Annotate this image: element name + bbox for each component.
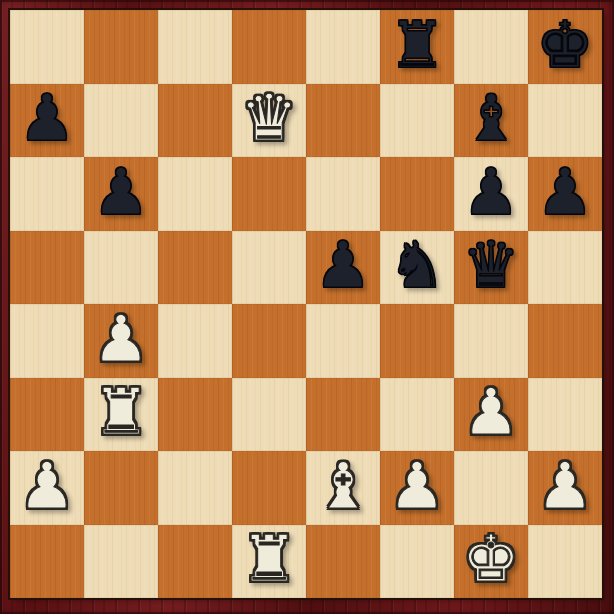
piece-white-rook-d1[interactable]: ♜	[240, 527, 297, 591]
square-a7[interactable]: ♟	[10, 84, 84, 158]
piece-black-pawn-h6[interactable]: ♟	[536, 160, 593, 224]
square-h2[interactable]: ♟	[528, 451, 602, 525]
square-f6[interactable]	[380, 157, 454, 231]
square-d4[interactable]	[232, 304, 306, 378]
piece-white-pawn-h2[interactable]: ♟	[536, 454, 593, 518]
piece-black-pawn-a7[interactable]: ♟	[18, 86, 75, 150]
square-e1[interactable]	[306, 525, 380, 599]
square-a2[interactable]: ♟	[10, 451, 84, 525]
square-e4[interactable]	[306, 304, 380, 378]
square-g5[interactable]: ♛	[454, 231, 528, 305]
square-d5[interactable]	[232, 231, 306, 305]
square-h4[interactable]	[528, 304, 602, 378]
square-h8[interactable]: ♚	[528, 10, 602, 84]
square-b6[interactable]: ♟	[84, 157, 158, 231]
square-g6[interactable]: ♟	[454, 157, 528, 231]
square-d1[interactable]: ♜	[232, 525, 306, 599]
square-b4[interactable]: ♟	[84, 304, 158, 378]
square-c5[interactable]	[158, 231, 232, 305]
square-e7[interactable]	[306, 84, 380, 158]
piece-white-pawn-a2[interactable]: ♟	[18, 454, 75, 518]
square-f3[interactable]	[380, 378, 454, 452]
square-c2[interactable]	[158, 451, 232, 525]
square-d7[interactable]: ♛	[232, 84, 306, 158]
piece-black-pawn-b6[interactable]: ♟	[92, 160, 149, 224]
piece-black-king-h8[interactable]: ♚	[536, 13, 593, 77]
square-d6[interactable]	[232, 157, 306, 231]
square-c8[interactable]	[158, 10, 232, 84]
square-h6[interactable]: ♟	[528, 157, 602, 231]
piece-white-pawn-f2[interactable]: ♟	[388, 454, 445, 518]
square-a8[interactable]	[10, 10, 84, 84]
square-b7[interactable]	[84, 84, 158, 158]
square-b8[interactable]	[84, 10, 158, 84]
square-h3[interactable]	[528, 378, 602, 452]
square-a6[interactable]	[10, 157, 84, 231]
piece-white-rook-b3[interactable]: ♜	[92, 380, 149, 444]
square-d2[interactable]	[232, 451, 306, 525]
square-f5[interactable]: ♞	[380, 231, 454, 305]
square-e3[interactable]	[306, 378, 380, 452]
piece-black-bishop-g7[interactable]: ♝	[462, 86, 519, 150]
board-frame: ♜♚♟♛♝♟♟♟♟♞♛♟♜♟♟♝♟♟♜♚	[0, 0, 614, 614]
square-d3[interactable]	[232, 378, 306, 452]
square-g8[interactable]	[454, 10, 528, 84]
piece-white-pawn-b4[interactable]: ♟	[92, 307, 149, 371]
piece-black-pawn-g6[interactable]: ♟	[462, 160, 519, 224]
square-f1[interactable]	[380, 525, 454, 599]
square-e6[interactable]	[306, 157, 380, 231]
square-h7[interactable]	[528, 84, 602, 158]
square-h5[interactable]	[528, 231, 602, 305]
square-f4[interactable]	[380, 304, 454, 378]
square-a4[interactable]	[10, 304, 84, 378]
piece-white-pawn-g3[interactable]: ♟	[462, 380, 519, 444]
square-f2[interactable]: ♟	[380, 451, 454, 525]
square-c3[interactable]	[158, 378, 232, 452]
square-e8[interactable]	[306, 10, 380, 84]
square-a5[interactable]	[10, 231, 84, 305]
square-c7[interactable]	[158, 84, 232, 158]
square-g7[interactable]: ♝	[454, 84, 528, 158]
square-f7[interactable]	[380, 84, 454, 158]
square-c4[interactable]	[158, 304, 232, 378]
square-b1[interactable]	[84, 525, 158, 599]
square-f8[interactable]: ♜	[380, 10, 454, 84]
square-c6[interactable]	[158, 157, 232, 231]
square-e2[interactable]: ♝	[306, 451, 380, 525]
chess-board: ♜♚♟♛♝♟♟♟♟♞♛♟♜♟♟♝♟♟♜♚	[10, 10, 602, 598]
square-g2[interactable]	[454, 451, 528, 525]
square-e5[interactable]: ♟	[306, 231, 380, 305]
square-d8[interactable]	[232, 10, 306, 84]
piece-black-queen-g5[interactable]: ♛	[462, 233, 519, 297]
piece-black-rook-f8[interactable]: ♜	[388, 13, 445, 77]
square-a1[interactable]	[10, 525, 84, 599]
square-b3[interactable]: ♜	[84, 378, 158, 452]
square-h1[interactable]	[528, 525, 602, 599]
square-b2[interactable]	[84, 451, 158, 525]
square-g1[interactable]: ♚	[454, 525, 528, 599]
piece-white-king-g1[interactable]: ♚	[462, 527, 519, 591]
piece-black-knight-f5[interactable]: ♞	[388, 233, 445, 297]
square-c1[interactable]	[158, 525, 232, 599]
square-a3[interactable]	[10, 378, 84, 452]
square-g3[interactable]: ♟	[454, 378, 528, 452]
square-b5[interactable]	[84, 231, 158, 305]
piece-black-pawn-e5[interactable]: ♟	[314, 233, 371, 297]
square-g4[interactable]	[454, 304, 528, 378]
piece-white-queen-d7[interactable]: ♛	[240, 86, 297, 150]
piece-white-bishop-e2[interactable]: ♝	[314, 454, 371, 518]
